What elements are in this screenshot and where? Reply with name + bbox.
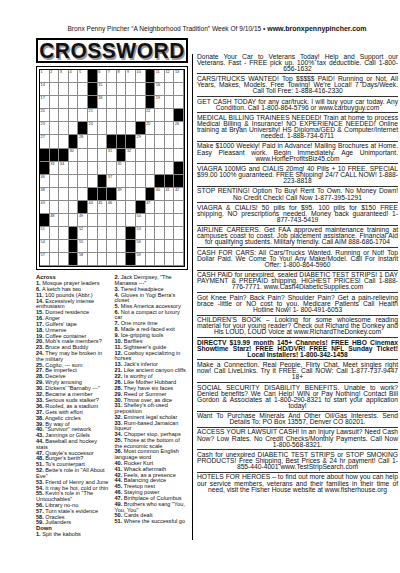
grid-cell[interactable] [136,162,146,175]
grid-cell[interactable] [155,109,165,122]
clues-section: Across1. Mosque prayer leaders6. A ketch… [36,275,188,537]
cell-number: 23 [41,122,45,126]
grid-cell[interactable] [136,175,146,188]
cell-number: 38 [41,188,45,192]
grid-cell[interactable]: 36 [40,175,50,188]
grid-cell[interactable] [136,83,146,96]
clue-item: 12. Cowboy specializing in horses [115,351,189,362]
grid-cell[interactable]: 33 [50,162,60,175]
grid-cell[interactable]: 28 [78,135,88,148]
grid-cell[interactable]: 25 [146,122,156,135]
grid-cell[interactable] [50,83,60,96]
cell-number: 4 [69,70,71,74]
grid-cell[interactable] [107,253,117,266]
grid-cell[interactable]: 43 [40,201,50,214]
grid-cell[interactable] [59,175,69,188]
grid-cell[interactable]: 4 [69,70,79,83]
grid-cell[interactable]: 53 [136,227,146,240]
cell-number: 19 [156,96,160,100]
grid-cell[interactable]: 42 [174,188,184,201]
grid-cell[interactable]: 31 [107,149,117,162]
grid-cell[interactable] [117,253,127,266]
cell-number: 5 [79,70,81,74]
grid-cell[interactable] [126,201,136,214]
cell-number: 18 [98,96,102,100]
grid-cell[interactable] [59,96,69,109]
cell-number: 54 [41,240,45,244]
grid-cell[interactable] [88,227,98,240]
grid-cell[interactable] [59,201,69,214]
grid-cell[interactable] [50,96,60,109]
grid-cell[interactable] [88,175,98,188]
column-divider [192,54,193,540]
grid-cell[interactable] [165,109,175,122]
grid-cell[interactable]: 8 [117,70,127,83]
grid-cell[interactable]: 16 [155,83,165,96]
grid-cell[interactable] [78,109,88,122]
grid-cell[interactable]: 15 [98,83,108,96]
grid-cell[interactable] [69,175,79,188]
grid-cell[interactable] [107,214,117,227]
grid-cell[interactable] [126,83,136,96]
grid-cell[interactable] [126,96,136,109]
grid-cell[interactable] [117,83,127,96]
grid-cell [40,214,50,227]
clue-item: 51. Where the successful go [115,519,189,525]
grid-cell[interactable] [98,122,108,135]
grid-cell[interactable]: 50 [136,214,146,227]
grid-cell[interactable]: 19 [155,96,165,109]
grid-cell[interactable] [174,240,184,253]
grid-cell[interactable] [174,201,184,214]
grid-cell [126,253,136,266]
clue-item: 6. Not a compact or luxury car [115,310,189,321]
cell-number: 41 [165,188,169,192]
grid-cell[interactable] [174,135,184,148]
cell-number: 15 [98,83,102,87]
ad-item: ACCESS YOUR LAWSUIT CASH! In an Injury L… [197,427,398,449]
grid-cell[interactable]: 3 [59,70,69,83]
grid-cell[interactable] [126,162,136,175]
cell-number: 2 [50,70,52,74]
grid-cell[interactable] [174,253,184,266]
ad-item: CHILDREN'S BOOK – Looking for some whole… [197,315,398,337]
grid-cell[interactable] [117,201,127,214]
ad-item: CARS/TRUCKS WANTED! Top $$$$$ PAID! Runn… [197,73,398,95]
crossword-grid-frame: 1234567891011121314151617181920212223242… [36,66,188,270]
newspaper-page: { "game": "crossword", "position": "....… [0,0,400,573]
grid-cell[interactable] [98,253,108,266]
grid-cell[interactable]: 52 [78,227,88,240]
grid-cell[interactable]: 18 [98,96,108,109]
cell-number: 9 [127,70,129,74]
grid-cell [165,175,175,188]
clues-column-left: Across1. Mosque prayer leaders6. A ketch… [36,275,110,537]
grid-cell[interactable] [98,135,108,148]
grid-cell[interactable]: 32 [126,149,136,162]
grid-cell[interactable]: 1 [40,70,50,83]
grid-cell[interactable] [59,214,69,227]
grid-cell[interactable] [78,175,88,188]
grid-cell[interactable]: 47 [146,201,156,214]
grid-cell [136,201,146,214]
ad-item: Make a Connection. Real People, Flirty C… [197,359,398,381]
cell-number: 28 [79,135,83,139]
grid-cell[interactable]: 29 [136,135,146,148]
grid-cell[interactable]: 55 [78,240,88,253]
grid-cell[interactable] [69,214,79,227]
grid-cell[interactable] [50,175,60,188]
grid-cell[interactable]: 41 [165,188,175,201]
grid-cell [69,253,79,266]
grid-cell[interactable] [146,175,156,188]
grid-cell[interactable]: 48 [50,214,60,227]
grid-cell[interactable] [88,162,98,175]
ad-item: VIAGRA 100MG and CIALIS 20mg! 40 Pills +… [197,163,398,185]
grid-cell[interactable] [136,149,146,162]
grid-cell[interactable] [59,135,69,148]
grid-cell [88,70,98,83]
grid-cell[interactable]: 14 [40,83,50,96]
ad-item: DIRECTV $19.99 month 145+ Channels! FREE… [197,337,398,359]
grid-cell[interactable] [69,162,79,175]
grid-cell[interactable] [155,227,165,240]
grid-cell[interactable] [155,201,165,214]
grid-cell[interactable]: 27 [40,135,50,148]
grid-cell[interactable] [174,227,184,240]
ad-item: CASH PAID for unexpired, sealed DIABETIC… [197,270,398,292]
grid-cell[interactable] [50,253,60,266]
grid-cell[interactable] [50,201,60,214]
cell-number: 44 [89,201,93,205]
grid-cell[interactable] [69,122,79,135]
grid-cell [78,122,88,135]
cell-number: 20 [41,109,45,113]
grid-cell[interactable] [59,227,69,240]
grid-cell[interactable] [146,214,156,227]
clue-item: 36. Most common English language word [115,449,189,460]
grid-cell[interactable] [78,149,88,162]
ad-item: MEDICAL BILLING TRAINEES NEEDED! Train a… [197,112,398,141]
grid-cell[interactable] [78,96,88,109]
cell-number: 57 [41,253,45,257]
cell-number: 25 [146,122,150,126]
grid-cell[interactable]: 5 [78,70,88,83]
grid-cell[interactable]: 7 [107,70,117,83]
grid-cell [69,227,79,240]
grid-cell[interactable] [107,83,117,96]
cell-number: 13 [175,70,179,74]
ad-item: VIAGRA & CIALIS! 50 pills for $95. 100 p… [197,202,398,224]
grid-cell[interactable] [136,188,146,201]
grid-cell[interactable]: 30 [69,149,79,162]
grid-cell[interactable]: 40 [155,188,165,201]
grid-cell[interactable] [50,227,60,240]
grid-cell[interactable] [78,162,88,175]
grid-cell[interactable]: 12 [165,70,175,83]
grid-cell[interactable] [50,122,60,135]
grid-cell [107,188,117,201]
grid-cell[interactable] [155,162,165,175]
grid-cell[interactable]: 34 [59,162,69,175]
grid-cell[interactable] [155,253,165,266]
clue-item: 31. Shelley's oft-used preposition [115,403,189,414]
grid-cell[interactable]: 11 [155,70,165,83]
grid-cell[interactable] [155,240,165,253]
clue-item: 1. Spit the kabobs [36,532,110,538]
grid-cell[interactable] [107,240,117,253]
grid-cell [174,175,184,188]
grid-cell[interactable] [155,135,165,148]
grid-cell[interactable] [126,175,136,188]
grid-cell [98,188,108,201]
cell-number: 52 [79,227,83,231]
grid-cell[interactable]: 57 [40,253,50,266]
header-website: www.bronxpennypincher.com [267,25,366,32]
grid-cell[interactable] [146,253,156,266]
ad-item: Cash for unexpired DIABETIC TEST STRIPS … [197,449,398,471]
grid-cell[interactable] [174,149,184,162]
grid-cell[interactable]: 13 [174,70,184,83]
grid-cell[interactable]: 2 [50,70,60,83]
grid-cell[interactable] [165,162,175,175]
grid-cell[interactable] [107,96,117,109]
grid-cell[interactable] [117,96,127,109]
grid-cell[interactable] [50,135,60,148]
grid-cell[interactable] [69,83,79,96]
grid-cell [117,149,127,162]
grid-cell [78,201,88,214]
grid-cell [136,122,146,135]
grid-cell[interactable] [88,135,98,148]
grid-cell[interactable] [50,240,60,253]
classified-ads-column: Donate Your Car to Veterans Today! Help … [197,52,398,494]
grid-cell[interactable] [69,201,79,214]
grid-cell[interactable] [117,109,127,122]
grid-cell[interactable]: 51 [40,227,50,240]
grid-cell[interactable] [117,175,127,188]
cell-number: 49 [79,214,83,218]
grid-cell[interactable] [88,240,98,253]
grid-cell[interactable] [165,149,175,162]
grid-cell[interactable] [98,149,108,162]
grid-cell[interactable]: 39 [117,188,127,201]
grid-cell[interactable] [98,240,108,253]
grid-cell[interactable]: 23 [40,122,50,135]
grid-cell[interactable] [174,96,184,109]
grid-cell[interactable] [59,188,69,201]
clue-item: 14. Excessively intense enthusiasm [36,299,110,310]
grid-cell[interactable] [155,214,165,227]
grid-cell[interactable]: 38 [40,188,50,201]
ad-item: GET CASH TODAY for any car/truck. I will… [197,96,398,112]
grid-cell [126,227,136,240]
grid-cell[interactable] [126,109,136,122]
grid-cell[interactable]: 37 [107,175,117,188]
ad-item: HOTELS FOR HEROES – to find out more abo… [197,472,398,494]
grid-cell[interactable] [136,109,146,122]
cell-number: 45 [98,201,102,205]
grid-cell[interactable]: 22 [146,109,156,122]
grid-cell [146,188,156,201]
ad-item: Want To Purchase Minerals And Other Oil/… [197,411,398,427]
crossword-logo: CROSSWORD [36,38,188,63]
grid-cell[interactable] [117,214,127,227]
grid-cell[interactable] [165,96,175,109]
grid-cell[interactable] [59,122,69,135]
grid-cell[interactable] [165,253,175,266]
grid-cell[interactable] [59,240,69,253]
grid-cell[interactable] [117,122,127,135]
grid-cell[interactable] [165,83,175,96]
grid-cell[interactable] [146,227,156,240]
clue-item: 52. Bette's role in "All About Eve" [36,468,110,479]
cell-number: 58 [79,253,83,257]
grid-cell[interactable] [117,240,127,253]
grid-cell[interactable] [78,83,88,96]
cell-number: 11 [156,70,160,74]
grid-cell[interactable]: 56 [136,240,146,253]
grid-cell[interactable] [165,122,175,135]
grid-cell[interactable] [146,135,156,148]
grid-cell[interactable] [69,96,79,109]
grid-cell[interactable]: 17 [40,96,50,109]
grid-cell[interactable]: 59 [136,253,146,266]
grid-cell[interactable] [165,214,175,227]
grid-cell[interactable] [165,201,175,214]
grid-cell[interactable] [88,253,98,266]
grid-cell[interactable] [174,214,184,227]
grid-cell[interactable] [107,227,117,240]
grid-cell[interactable] [126,188,136,201]
grid-cell[interactable]: 21 [88,109,98,122]
cell-number: 56 [137,240,141,244]
grid-cell[interactable] [98,109,108,122]
grid-cell[interactable]: 46 [107,201,117,214]
ad-item: Make $1000 Weekly! Paid in Advance! Mail… [197,141,398,163]
grid-cell[interactable] [136,96,146,109]
grid-cell [88,96,98,109]
grid-cell[interactable]: 24 [88,122,98,135]
cell-number: 22 [146,109,150,113]
ad-item: Got Knee Pain? Back Pain? Shoulder Pain?… [197,292,398,314]
grid-cell[interactable] [69,109,79,122]
grid-cell[interactable] [50,109,60,122]
cell-number: 17 [41,96,45,100]
grid-cell[interactable] [126,122,136,135]
grid-cell [59,149,69,162]
cell-number: 47 [146,201,150,205]
grid-cell[interactable] [155,122,165,135]
clue-item: 33. Rum-based Jamaican liqueur [115,421,189,432]
ad-item: SOCIAL SECURITY DISABILITY BENEFITS. Una… [197,382,398,411]
grid-cell[interactable] [98,162,108,175]
grid-cell[interactable] [69,188,79,201]
grid-cell[interactable]: 44 [88,201,98,214]
clues-column-right: 2. Jack Dempsey, "The Manassa ---"3. Tie… [115,275,189,537]
cell-number: 51 [41,227,45,231]
grid-cell[interactable] [98,214,108,227]
grid-cell[interactable]: 45 [98,201,108,214]
cell-number: 46 [108,201,112,205]
cell-number: 1 [41,70,43,74]
cell-number: 3 [60,70,62,74]
cell-number: 26 [175,122,179,126]
grid-cell[interactable] [165,135,175,148]
grid-cell[interactable]: 9 [126,70,136,83]
cell-number: 55 [79,240,83,244]
grid-cell[interactable] [165,240,175,253]
grid-cell[interactable]: 58 [78,253,88,266]
grid-cell[interactable] [78,188,88,201]
grid-cell[interactable] [59,109,69,122]
grid-cell[interactable]: 20 [40,109,50,122]
grid-cell[interactable] [174,83,184,96]
clue-item: 44. Baseball and hockey stats [36,439,110,450]
cell-number: 50 [137,214,141,218]
ad-item: Donate Your Car to Veterans Today! Help … [197,52,398,73]
grid-cell [117,135,127,148]
grid-cell [174,162,184,175]
page-header: Bronx Penny Pincher “A Neighborhood Trad… [36,25,398,32]
grid-cell[interactable] [146,162,156,175]
grid-cell[interactable] [155,149,165,162]
cell-number: 48 [50,214,54,218]
grid-cell [50,149,60,162]
cell-number: 36 [41,175,45,179]
grid-cell[interactable]: 54 [40,240,50,253]
grid-cell[interactable] [88,149,98,162]
grid-cell [98,175,108,188]
cell-number: 12 [165,70,169,74]
grid-cell[interactable] [146,149,156,162]
cell-number: 39 [117,188,121,192]
clue-item: 4. Gloves in Yogi Berra's closet [115,293,189,304]
grid-cell[interactable] [165,227,175,240]
grid-cell [88,83,98,96]
cell-number: 34 [60,162,64,166]
grid-cell [126,135,136,148]
grid-cell[interactable] [117,227,127,240]
grid-cell[interactable] [107,162,117,175]
grid-cell[interactable]: 49 [78,214,88,227]
ad-item: AIRLINE CAREERS. Get FAA approved mainte… [197,225,398,247]
grid-cell[interactable] [88,214,98,227]
cell-number: 10 [137,70,141,74]
grid-cell[interactable]: 26 [174,122,184,135]
grid-cell[interactable]: 35 [117,162,127,175]
cell-number: 31 [108,149,112,153]
grid-cell[interactable] [146,240,156,253]
grid-cell[interactable]: 10 [136,70,146,83]
grid-cell[interactable] [107,122,117,135]
cell-number: 43 [41,201,45,205]
grid-cell[interactable] [59,83,69,96]
grid-cell [146,70,156,83]
grid-cell[interactable] [107,109,117,122]
ad-item: CASH FOR CARS: All Cars/Trucks Wanted. R… [197,247,398,269]
cell-number: 32 [127,149,131,153]
grid-cell[interactable] [126,214,136,227]
grid-cell[interactable]: 6 [98,70,108,83]
grid-cell[interactable] [50,188,60,201]
cell-number: 40 [156,188,160,192]
grid-cell[interactable] [98,227,108,240]
grid-cell[interactable] [59,253,69,266]
ad-item: STOP RENTING! Option To Buy! Rent To Own… [197,186,398,202]
cell-number: 37 [108,175,112,179]
clue-item: 55. Kevin's role in "The Untouchables" [36,491,110,502]
